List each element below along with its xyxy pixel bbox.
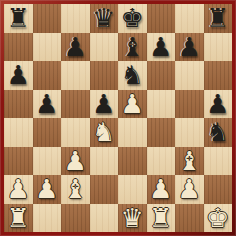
- square-f3[interactable]: [147, 147, 176, 176]
- piece-white-bishop[interactable]: ♝: [64, 175, 87, 204]
- board-frame: ♜♛♚♜♟♝♟♟♟♞♟♟♟♟♞♞♟♝♟♟♝♟♟♜♛♜♚: [0, 0, 236, 236]
- piece-black-pawn[interactable]: ♟: [206, 90, 229, 119]
- square-b8[interactable]: [33, 4, 62, 33]
- piece-black-rook[interactable]: ♜: [7, 4, 30, 33]
- square-g1[interactable]: [175, 204, 204, 233]
- square-g8[interactable]: [175, 4, 204, 33]
- piece-white-pawn[interactable]: ♟: [121, 90, 144, 119]
- piece-white-pawn[interactable]: ♟: [64, 147, 87, 176]
- square-g5[interactable]: [175, 90, 204, 119]
- square-c1[interactable]: [61, 204, 90, 233]
- piece-black-pawn[interactable]: ♟: [178, 33, 201, 62]
- square-h6[interactable]: [204, 61, 233, 90]
- piece-black-pawn[interactable]: ♟: [64, 33, 87, 62]
- piece-white-knight[interactable]: ♞: [92, 118, 115, 147]
- square-g6[interactable]: [175, 61, 204, 90]
- piece-black-knight[interactable]: ♞: [206, 118, 229, 147]
- square-b7[interactable]: [33, 33, 62, 62]
- square-a6[interactable]: ♟: [4, 61, 33, 90]
- piece-black-pawn[interactable]: ♟: [7, 61, 30, 90]
- square-b2[interactable]: ♟: [33, 175, 62, 204]
- piece-black-king[interactable]: ♚: [121, 4, 144, 33]
- piece-black-pawn[interactable]: ♟: [35, 90, 58, 119]
- square-a8[interactable]: ♜: [4, 4, 33, 33]
- square-b6[interactable]: [33, 61, 62, 90]
- square-g3[interactable]: ♝: [175, 147, 204, 176]
- square-h7[interactable]: [204, 33, 233, 62]
- square-f7[interactable]: ♟: [147, 33, 176, 62]
- square-f1[interactable]: ♜: [147, 204, 176, 233]
- square-f2[interactable]: ♟: [147, 175, 176, 204]
- square-a7[interactable]: [4, 33, 33, 62]
- square-c5[interactable]: [61, 90, 90, 119]
- square-d3[interactable]: [90, 147, 119, 176]
- square-a5[interactable]: [4, 90, 33, 119]
- square-d2[interactable]: [90, 175, 119, 204]
- square-c4[interactable]: [61, 118, 90, 147]
- square-g4[interactable]: [175, 118, 204, 147]
- square-f4[interactable]: [147, 118, 176, 147]
- piece-white-pawn[interactable]: ♟: [7, 175, 30, 204]
- square-e4[interactable]: [118, 118, 147, 147]
- piece-white-queen[interactable]: ♛: [121, 204, 144, 233]
- square-h3[interactable]: [204, 147, 233, 176]
- square-c7[interactable]: ♟: [61, 33, 90, 62]
- piece-black-bishop[interactable]: ♝: [121, 33, 144, 62]
- square-e3[interactable]: [118, 147, 147, 176]
- square-a4[interactable]: [4, 118, 33, 147]
- piece-white-rook[interactable]: ♜: [7, 204, 30, 233]
- square-d1[interactable]: [90, 204, 119, 233]
- square-d4[interactable]: ♞: [90, 118, 119, 147]
- square-e6[interactable]: ♞: [118, 61, 147, 90]
- square-b4[interactable]: [33, 118, 62, 147]
- piece-black-pawn[interactable]: ♟: [149, 33, 172, 62]
- square-c2[interactable]: ♝: [61, 175, 90, 204]
- piece-black-pawn[interactable]: ♟: [92, 90, 115, 119]
- piece-black-knight[interactable]: ♞: [121, 61, 144, 90]
- square-c3[interactable]: ♟: [61, 147, 90, 176]
- square-b5[interactable]: ♟: [33, 90, 62, 119]
- square-a2[interactable]: ♟: [4, 175, 33, 204]
- piece-black-queen[interactable]: ♛: [92, 4, 115, 33]
- square-g2[interactable]: ♟: [175, 175, 204, 204]
- square-e5[interactable]: ♟: [118, 90, 147, 119]
- square-d8[interactable]: ♛: [90, 4, 119, 33]
- chess-board: ♜♛♚♜♟♝♟♟♟♞♟♟♟♟♞♞♟♝♟♟♝♟♟♜♛♜♚: [4, 4, 232, 232]
- piece-white-king[interactable]: ♚: [206, 204, 229, 233]
- square-e7[interactable]: ♝: [118, 33, 147, 62]
- square-c6[interactable]: [61, 61, 90, 90]
- piece-white-pawn[interactable]: ♟: [178, 175, 201, 204]
- square-h2[interactable]: [204, 175, 233, 204]
- piece-black-rook[interactable]: ♜: [206, 4, 229, 33]
- piece-white-pawn[interactable]: ♟: [35, 175, 58, 204]
- square-f6[interactable]: [147, 61, 176, 90]
- square-e1[interactable]: ♛: [118, 204, 147, 233]
- piece-white-pawn[interactable]: ♟: [149, 175, 172, 204]
- square-f5[interactable]: [147, 90, 176, 119]
- square-h4[interactable]: ♞: [204, 118, 233, 147]
- square-c8[interactable]: [61, 4, 90, 33]
- piece-white-bishop[interactable]: ♝: [178, 147, 201, 176]
- square-e2[interactable]: [118, 175, 147, 204]
- square-a1[interactable]: ♜: [4, 204, 33, 233]
- square-f8[interactable]: [147, 4, 176, 33]
- piece-white-rook[interactable]: ♜: [149, 204, 172, 233]
- square-h5[interactable]: ♟: [204, 90, 233, 119]
- square-d6[interactable]: [90, 61, 119, 90]
- square-h8[interactable]: ♜: [204, 4, 233, 33]
- square-d5[interactable]: ♟: [90, 90, 119, 119]
- square-b3[interactable]: [33, 147, 62, 176]
- square-h1[interactable]: ♚: [204, 204, 233, 233]
- square-b1[interactable]: [33, 204, 62, 233]
- square-g7[interactable]: ♟: [175, 33, 204, 62]
- square-a3[interactable]: [4, 147, 33, 176]
- square-d7[interactable]: [90, 33, 119, 62]
- square-e8[interactable]: ♚: [118, 4, 147, 33]
